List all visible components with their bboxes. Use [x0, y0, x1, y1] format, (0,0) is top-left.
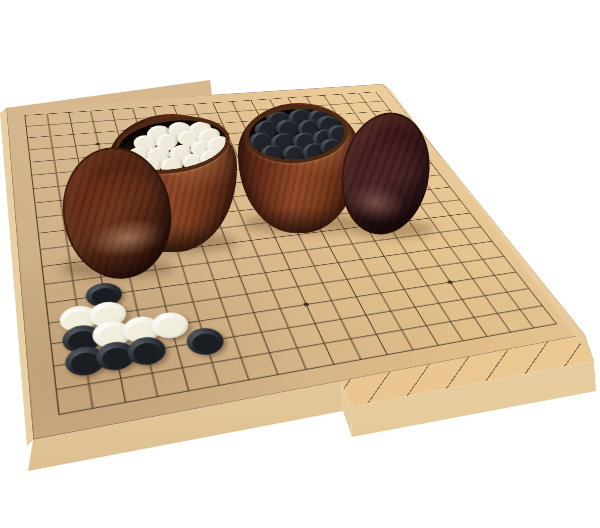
black-stone-in-bowl: ● [320, 138, 345, 155]
go-set-product-photo: ●●●●●●●●●●● ●●●●●●●●●●●●●●●● ●●●●●●●●●●●… [0, 0, 600, 528]
